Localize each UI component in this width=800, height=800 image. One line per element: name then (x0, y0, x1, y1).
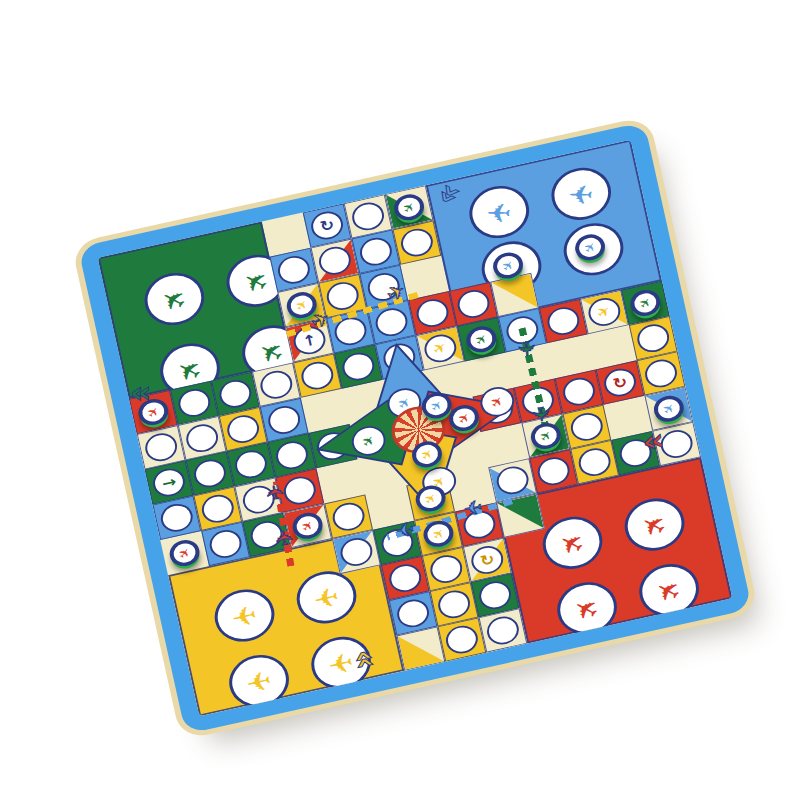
track-spot-circle (232, 447, 269, 481)
arrow-icon: → (160, 474, 177, 491)
track-spot-circle (387, 561, 424, 595)
runway-plane-icon: ✈ (462, 496, 483, 518)
arrow-icon: ← (348, 543, 365, 560)
track-spot-circle (568, 410, 605, 444)
track-spot-circle (576, 445, 613, 479)
mat-tilt-wrapper: ✈✈✈✈✈✈✈✈✈✈✈✈✈✈✈✈↑↻✈✈→↻←←↻✈✈✈✈✈✈✈✈✈✈✈✈«««… (71, 115, 759, 740)
plane-icon: ✈ (488, 394, 507, 410)
track-spot-circle (207, 527, 244, 561)
plane-icon: ✈ (156, 282, 193, 315)
track-spot-circle (158, 501, 195, 535)
track-spot-circle (324, 279, 361, 313)
plane-icon: ✈ (568, 181, 595, 207)
arrow-icon: ↻ (611, 374, 628, 391)
track-spot-circle (398, 226, 435, 260)
arrow-icon: ↻ (479, 551, 496, 568)
photo-background: ✈✈✈✈✈✈✈✈✈✈✈✈✈✈✈✈↑↻✈✈→↻←←↻✈✈✈✈✈✈✈✈✈✈✈✈«««… (0, 0, 800, 800)
plane-icon: ✈ (594, 303, 614, 321)
plane-icon: ✈ (636, 295, 654, 310)
plane-icon: ✈ (311, 582, 341, 613)
plane-icon: ✈ (299, 518, 317, 533)
triangle-cell-shape (398, 628, 444, 670)
plane-icon: ✈ (418, 447, 436, 462)
flying-chess-mat: ✈✈✈✈✈✈✈✈✈✈✈✈✈✈✈✈↑↻✈✈→↻←←↻✈✈✈✈✈✈✈✈✈✈✈✈«««… (71, 115, 759, 740)
plane-icon: ✈ (429, 526, 447, 541)
track-spot-circle (535, 454, 572, 488)
track-spot-circle (455, 287, 492, 321)
track-spot-circle (414, 296, 451, 330)
token-red-2[interactable]: ✈ (167, 537, 202, 569)
plane-icon: ✈ (428, 398, 446, 413)
track-spot-circle (373, 305, 410, 339)
mat-blue-border: ✈✈✈✈✈✈✈✈✈✈✈✈✈✈✈✈↑↻✈✈→↻←←↻✈✈✈✈✈✈✈✈✈✈✈✈«««… (78, 122, 752, 735)
plane-icon: ✈ (238, 264, 275, 297)
plane-icon: ✈ (244, 666, 274, 697)
track-spot-circle (394, 597, 431, 631)
plane-icon: ✈ (229, 600, 259, 631)
plane-icon: ✈ (144, 405, 162, 420)
plane-icon: ✈ (650, 573, 687, 606)
track-spot-circle (266, 403, 303, 437)
track-spot-circle (476, 578, 513, 612)
runway-plane-icon: ✈ (529, 405, 552, 424)
track-spot-circle (357, 235, 394, 269)
plane-icon: ✈ (293, 298, 311, 313)
hangar-entry-arrows-icon: « (640, 424, 666, 457)
plane-icon: ✈ (660, 401, 678, 416)
plane-icon: ✈ (359, 433, 378, 449)
runway-plane-icon: ✈ (514, 340, 537, 359)
track-spot-circle (435, 587, 472, 621)
track-marker-icon-circle: → (150, 466, 187, 500)
runway-plane-icon: ✈ (394, 518, 415, 540)
track-spot-circle (191, 457, 228, 491)
track-spot-circle (275, 253, 312, 287)
track-spot-circle (258, 368, 295, 402)
game-board: ✈✈✈✈✈✈✈✈✈✈✈✈✈✈✈✈↑↻✈✈→↻←←↻✈✈✈✈✈✈✈✈✈✈✈✈«««… (98, 140, 733, 717)
track-marker-icon-circle: ↻ (601, 366, 638, 400)
arrow-icon: ↻ (319, 217, 336, 234)
track-marker-icon-circle: ↻ (308, 209, 345, 243)
plane-icon: ✈ (472, 332, 490, 347)
plane-icon: ✈ (568, 592, 605, 625)
track-spot-circle (199, 492, 236, 526)
plane-icon: ✈ (486, 199, 513, 225)
track-spot-circle (273, 438, 310, 472)
plane-icon: ✈ (176, 546, 194, 561)
track-spot-circle (225, 412, 262, 446)
plane-icon: ✈ (253, 335, 290, 368)
track-cell-8-2[interactable] (393, 220, 442, 264)
arrow-icon: ↑ (301, 332, 318, 349)
plane-icon: ✈ (499, 258, 517, 273)
track-spot-circle (642, 357, 679, 391)
track-spot-circle (143, 430, 180, 464)
track-spot-circle (635, 321, 672, 355)
track-spot-circle (545, 304, 582, 338)
track-spot-circle (443, 623, 480, 657)
track-spot-circle (349, 200, 386, 234)
track-spot-circle (484, 614, 521, 648)
track-spot-circle (176, 386, 213, 420)
plane-icon: ✈ (422, 491, 440, 506)
track-spot-circle (428, 552, 465, 586)
plane-icon: ✈ (455, 411, 473, 426)
plane-icon: ✈ (400, 200, 418, 215)
plane-icon: ✈ (171, 353, 208, 386)
track-cell-8-13[interactable] (479, 608, 528, 652)
track-spot-circle (184, 421, 221, 455)
track-spot-circle (217, 377, 254, 411)
track-spot-circle (560, 375, 597, 409)
plane-icon: ✈ (636, 508, 673, 541)
plane-icon: ✈ (554, 526, 591, 559)
plane-icon: ✈ (581, 240, 599, 255)
plane-icon: ✈ (537, 429, 555, 444)
